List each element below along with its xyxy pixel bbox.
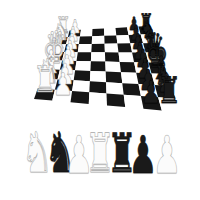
light-square	[106, 82, 124, 95]
dark-square	[55, 79, 74, 91]
dark-square	[117, 43, 132, 52]
dark-square	[77, 52, 92, 61]
dark-square	[104, 35, 117, 43]
light-square	[38, 78, 58, 89]
light-square	[92, 36, 105, 44]
dark-square	[116, 27, 129, 35]
dark-square	[92, 29, 104, 37]
light-square	[121, 72, 139, 84]
dark-square	[41, 69, 60, 79]
dark-square	[105, 52, 120, 62]
light-square	[90, 71, 106, 82]
dark-square	[64, 44, 79, 52]
light-square	[78, 44, 92, 52]
dark-square	[53, 37, 68, 44]
dark-square	[34, 88, 55, 100]
dark-square	[79, 36, 92, 44]
light-square	[146, 53, 163, 64]
dark-square	[106, 72, 123, 84]
piece-lineup-row: ♞♞♟♜♜♟♟	[0, 128, 200, 182]
light-square	[105, 62, 121, 73]
light-square	[58, 70, 76, 81]
dark-square	[71, 91, 90, 104]
light-square	[45, 60, 63, 69]
light-square	[119, 52, 135, 62]
dark-square	[139, 26, 153, 35]
white-pawn-piece: ♟	[153, 129, 182, 181]
dark-square	[149, 63, 167, 75]
light-square	[75, 61, 91, 71]
dark-square	[48, 52, 64, 61]
light-square	[51, 44, 67, 52]
light-square	[52, 90, 72, 103]
dark-square	[132, 53, 148, 63]
dark-square	[122, 83, 141, 96]
light-square	[56, 30, 70, 37]
dark-square	[74, 70, 91, 81]
dark-square	[120, 62, 137, 73]
light-square	[89, 92, 107, 105]
light-square	[66, 37, 80, 45]
giant-chess-set-photo: ♜♟♟♜♞♟♟♞♝♟♟♝♛♟♟♛♚♟♟♚♝♟♟♝♞♟♟♞♜♟♟♜ ♞♞♟♜♜♟♟	[0, 0, 200, 200]
light-square	[127, 27, 141, 35]
light-square	[72, 80, 90, 92]
light-square	[62, 52, 78, 61]
dark-square	[143, 43, 159, 53]
dark-square	[89, 81, 106, 93]
dark-square	[107, 94, 126, 108]
light-square	[124, 95, 144, 109]
light-square	[91, 52, 105, 61]
dark-square	[60, 61, 77, 71]
dark-square	[91, 44, 105, 53]
dark-square	[90, 61, 105, 71]
light-square	[116, 35, 130, 44]
dark-square	[129, 35, 144, 44]
light-square	[141, 34, 156, 43]
light-square	[80, 29, 93, 36]
light-square	[104, 28, 116, 36]
light-square	[130, 43, 145, 52]
light-square	[105, 44, 119, 53]
dark-square	[68, 30, 81, 37]
